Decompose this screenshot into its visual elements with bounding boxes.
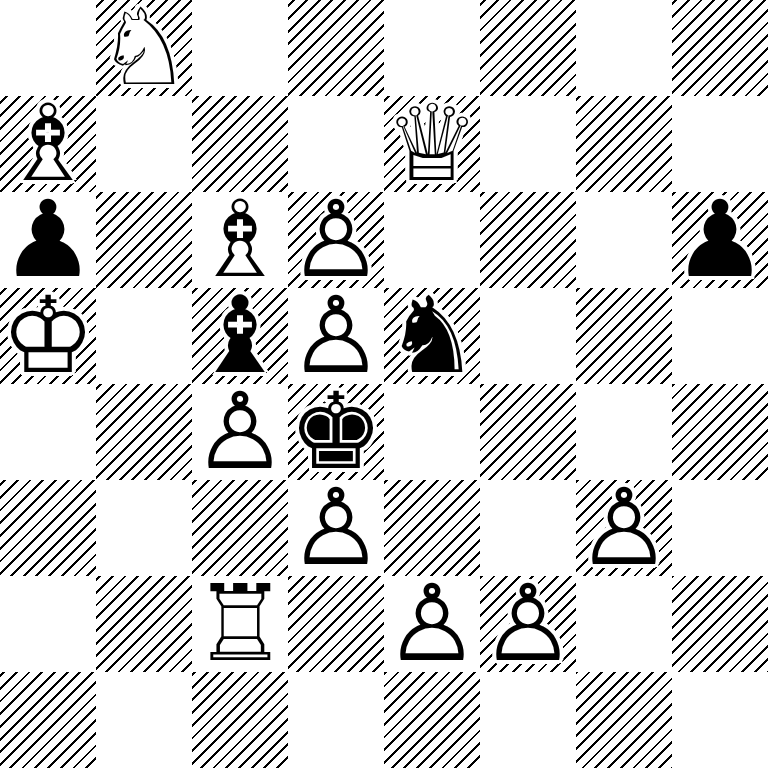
square-b4[interactable] xyxy=(96,384,192,480)
square-g8[interactable] xyxy=(576,0,672,96)
white-king[interactable]: ♚♔ xyxy=(0,288,96,384)
white-king-icon: ♔ xyxy=(0,288,96,384)
white-pawn-icon: ♙ xyxy=(576,480,672,576)
white-pawn[interactable]: ♟♙ xyxy=(576,480,672,576)
white-pawn[interactable]: ♟♙ xyxy=(288,480,384,576)
square-h8[interactable] xyxy=(672,0,768,96)
square-f8[interactable] xyxy=(480,0,576,96)
square-h1[interactable] xyxy=(672,672,768,768)
square-c2[interactable]: ♜♖ xyxy=(192,576,288,672)
square-e7[interactable]: ♛♕ xyxy=(384,96,480,192)
square-b7[interactable] xyxy=(96,96,192,192)
square-b2[interactable] xyxy=(96,576,192,672)
square-g6[interactable] xyxy=(576,192,672,288)
square-a5[interactable]: ♚♔ xyxy=(0,288,96,384)
white-queen-icon: ♕ xyxy=(384,96,480,192)
square-b3[interactable] xyxy=(96,480,192,576)
square-b6[interactable] xyxy=(96,192,192,288)
white-pawn-icon: ♙ xyxy=(192,384,288,480)
square-h2[interactable] xyxy=(672,576,768,672)
white-queen[interactable]: ♛♕ xyxy=(384,96,480,192)
white-pawn-icon: ♙ xyxy=(384,576,480,672)
square-g1[interactable] xyxy=(576,672,672,768)
black-pawn[interactable]: ♟♟ xyxy=(672,192,768,288)
square-b5[interactable] xyxy=(96,288,192,384)
white-pawn[interactable]: ♟♙ xyxy=(480,576,576,672)
square-h6[interactable]: ♟♟ xyxy=(672,192,768,288)
square-d1[interactable] xyxy=(288,672,384,768)
square-b1[interactable] xyxy=(96,672,192,768)
white-pawn-icon: ♙ xyxy=(288,480,384,576)
square-e4[interactable] xyxy=(384,384,480,480)
square-g7[interactable] xyxy=(576,96,672,192)
square-h5[interactable] xyxy=(672,288,768,384)
square-a1[interactable] xyxy=(0,672,96,768)
white-pawn[interactable]: ♟♙ xyxy=(192,384,288,480)
white-knight[interactable]: ♞♘ xyxy=(96,0,192,96)
black-knight-icon: ♞ xyxy=(384,288,480,384)
square-h4[interactable] xyxy=(672,384,768,480)
square-c8[interactable] xyxy=(192,0,288,96)
black-knight[interactable]: ♞♞ xyxy=(384,288,480,384)
square-h3[interactable] xyxy=(672,480,768,576)
square-f7[interactable] xyxy=(480,96,576,192)
square-b8[interactable]: ♞♘ xyxy=(96,0,192,96)
square-f4[interactable] xyxy=(480,384,576,480)
square-e5[interactable]: ♞♞ xyxy=(384,288,480,384)
square-g5[interactable] xyxy=(576,288,672,384)
square-e1[interactable] xyxy=(384,672,480,768)
square-a3[interactable] xyxy=(0,480,96,576)
square-f6[interactable] xyxy=(480,192,576,288)
square-f5[interactable] xyxy=(480,288,576,384)
square-a4[interactable] xyxy=(0,384,96,480)
square-a2[interactable] xyxy=(0,576,96,672)
chess-board: ♞♘♝♗♛♕♟♟♝♗♟♙♟♟♚♔♝♝♟♙♞♞♟♙♚♚♟♙♟♙♜♖♟♙♟♙ xyxy=(0,0,768,768)
square-e2[interactable]: ♟♙ xyxy=(384,576,480,672)
white-rook-icon: ♖ xyxy=(192,576,288,672)
square-f1[interactable] xyxy=(480,672,576,768)
black-pawn-icon: ♟ xyxy=(672,192,768,288)
square-g2[interactable] xyxy=(576,576,672,672)
square-d3[interactable]: ♟♙ xyxy=(288,480,384,576)
square-f2[interactable]: ♟♙ xyxy=(480,576,576,672)
square-g3[interactable]: ♟♙ xyxy=(576,480,672,576)
square-c4[interactable]: ♟♙ xyxy=(192,384,288,480)
white-pawn-icon: ♙ xyxy=(480,576,576,672)
square-d2[interactable] xyxy=(288,576,384,672)
white-rook[interactable]: ♜♖ xyxy=(192,576,288,672)
square-d8[interactable] xyxy=(288,0,384,96)
white-knight-icon: ♘ xyxy=(96,0,192,96)
white-pawn[interactable]: ♟♙ xyxy=(384,576,480,672)
square-c1[interactable] xyxy=(192,672,288,768)
